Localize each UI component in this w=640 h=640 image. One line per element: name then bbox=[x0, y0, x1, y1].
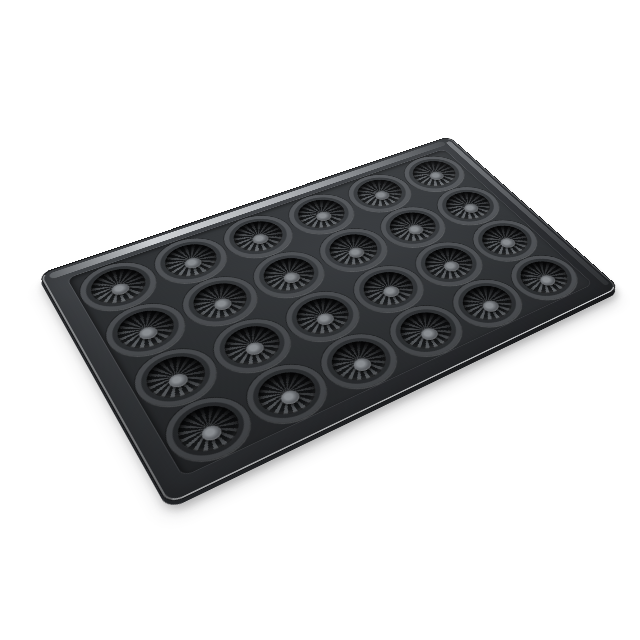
product-photo-stage bbox=[0, 0, 640, 640]
baking-pan bbox=[38, 136, 620, 506]
cavity-field bbox=[67, 149, 592, 476]
